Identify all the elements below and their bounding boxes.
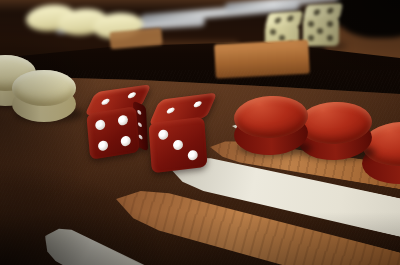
backgammon-photo-scene [0,0,400,265]
red-checkers-row [0,0,400,265]
